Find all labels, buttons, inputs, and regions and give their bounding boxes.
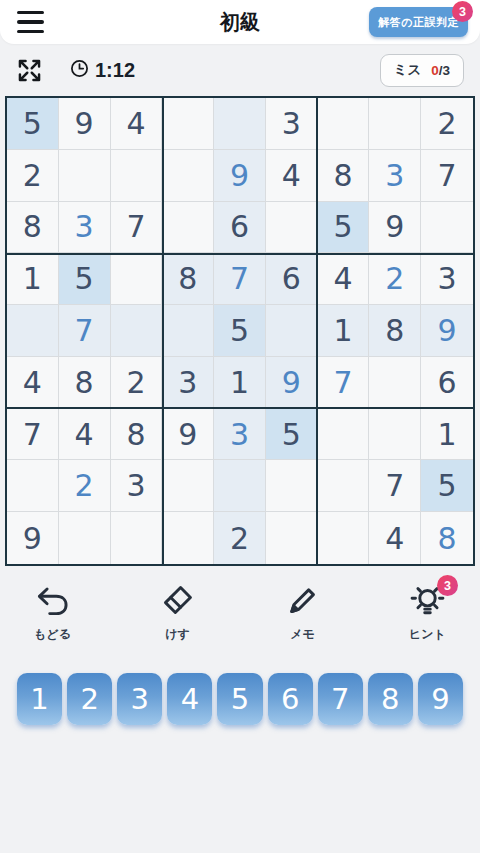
cell-r7c4[interactable]: 9 bbox=[162, 409, 214, 461]
cell-r8c1[interactable] bbox=[7, 460, 59, 512]
cell-r1c5[interactable] bbox=[214, 98, 266, 150]
cell-r2c1[interactable]: 2 bbox=[7, 150, 59, 202]
cell-r5c9[interactable]: 9 bbox=[421, 305, 473, 357]
cell-r5c3[interactable] bbox=[111, 305, 163, 357]
num-button-9[interactable]: 9 bbox=[418, 673, 463, 725]
cell-r7c3[interactable]: 8 bbox=[111, 409, 163, 461]
cell-r6c8[interactable] bbox=[369, 357, 421, 409]
tool-label: メモ bbox=[290, 626, 315, 643]
cell-r8c8[interactable]: 7 bbox=[369, 460, 421, 512]
cell-r4c3[interactable] bbox=[111, 253, 163, 305]
cell-r8c9[interactable]: 5 bbox=[421, 460, 473, 512]
menu-icon[interactable] bbox=[17, 11, 44, 33]
cell-r3c4[interactable] bbox=[162, 202, 214, 254]
miss-counter: ミス 0/3 bbox=[380, 54, 464, 87]
cell-r9c2[interactable] bbox=[59, 512, 111, 564]
cell-r4c6[interactable]: 6 bbox=[266, 253, 318, 305]
cell-r5c5[interactable]: 5 bbox=[214, 305, 266, 357]
tool-label: ヒント bbox=[409, 626, 446, 643]
num-button-3[interactable]: 3 bbox=[117, 673, 162, 725]
clock-icon bbox=[69, 58, 90, 83]
cell-r9c9[interactable]: 8 bbox=[421, 512, 473, 564]
cell-r1c6[interactable]: 3 bbox=[266, 98, 318, 150]
cell-r2c6[interactable]: 4 bbox=[266, 150, 318, 202]
cell-r9c6[interactable] bbox=[266, 512, 318, 564]
tool-label: もどる bbox=[34, 626, 71, 643]
cell-r6c5[interactable]: 1 bbox=[214, 357, 266, 409]
cell-r7c1[interactable]: 7 bbox=[7, 409, 59, 461]
undo-icon bbox=[34, 582, 71, 619]
cell-r6c6[interactable]: 9 bbox=[266, 357, 318, 409]
cell-r7c7[interactable] bbox=[318, 409, 370, 461]
cell-r5c4[interactable] bbox=[162, 305, 214, 357]
cell-r8c6[interactable] bbox=[266, 460, 318, 512]
cell-r7c2[interactable]: 4 bbox=[59, 409, 111, 461]
cell-r1c3[interactable]: 4 bbox=[111, 98, 163, 150]
cell-r1c4[interactable] bbox=[162, 98, 214, 150]
cell-r2c3[interactable] bbox=[111, 150, 163, 202]
cell-r8c4[interactable] bbox=[162, 460, 214, 512]
cell-r7c6[interactable]: 5 bbox=[266, 409, 318, 461]
cell-r4c4[interactable]: 8 bbox=[162, 253, 214, 305]
num-button-8[interactable]: 8 bbox=[368, 673, 413, 725]
miss-total: /3 bbox=[439, 63, 450, 78]
fullscreen-button[interactable] bbox=[16, 57, 43, 84]
cell-r1c9[interactable]: 2 bbox=[421, 98, 473, 150]
cell-r5c6[interactable] bbox=[266, 305, 318, 357]
cell-r9c7[interactable] bbox=[318, 512, 370, 564]
cell-r9c3[interactable] bbox=[111, 512, 163, 564]
cell-r8c3[interactable]: 3 bbox=[111, 460, 163, 512]
cell-r2c2[interactable] bbox=[59, 150, 111, 202]
cell-r3c8[interactable]: 9 bbox=[369, 202, 421, 254]
cell-r3c2[interactable]: 3 bbox=[59, 202, 111, 254]
timer: 1:12 bbox=[69, 58, 135, 83]
cell-r4c9[interactable]: 3 bbox=[421, 253, 473, 305]
cell-r6c2[interactable]: 8 bbox=[59, 357, 111, 409]
num-button-4[interactable]: 4 bbox=[167, 673, 212, 725]
cell-r1c2[interactable]: 9 bbox=[59, 98, 111, 150]
pencil-icon bbox=[284, 582, 321, 619]
cell-r4c5[interactable]: 7 bbox=[214, 253, 266, 305]
num-button-5[interactable]: 5 bbox=[217, 673, 262, 725]
miss-count: 0 bbox=[431, 63, 439, 78]
cell-r3c6[interactable] bbox=[266, 202, 318, 254]
cell-r1c8[interactable] bbox=[369, 98, 421, 150]
cell-r2c5[interactable]: 9 bbox=[214, 150, 266, 202]
undo-button[interactable]: もどる bbox=[34, 582, 71, 643]
miss-label: ミス bbox=[394, 61, 422, 79]
cell-r1c1[interactable]: 5 bbox=[7, 98, 59, 150]
cell-r6c7[interactable]: 7 bbox=[318, 357, 370, 409]
cell-r6c3[interactable]: 2 bbox=[111, 357, 163, 409]
cell-r4c8[interactable]: 2 bbox=[369, 253, 421, 305]
expand-icon bbox=[16, 72, 43, 87]
cell-r3c5[interactable]: 6 bbox=[214, 202, 266, 254]
cell-r4c2[interactable]: 5 bbox=[59, 253, 111, 305]
num-button-1[interactable]: 1 bbox=[17, 673, 62, 725]
hint-button[interactable]: 3 ヒント bbox=[409, 582, 446, 643]
cell-r8c7[interactable] bbox=[318, 460, 370, 512]
timer-value: 1:12 bbox=[95, 59, 135, 82]
cell-r2c8[interactable]: 3 bbox=[369, 150, 421, 202]
cell-r8c2[interactable]: 2 bbox=[59, 460, 111, 512]
tool-label: けす bbox=[165, 626, 190, 643]
cell-r5c7[interactable]: 1 bbox=[318, 305, 370, 357]
cell-r3c7[interactable]: 5 bbox=[318, 202, 370, 254]
cell-r9c4[interactable] bbox=[162, 512, 214, 564]
cell-r3c3[interactable]: 7 bbox=[111, 202, 163, 254]
cell-r5c2[interactable]: 7 bbox=[59, 305, 111, 357]
check-badge: 3 bbox=[452, 1, 473, 22]
cell-r5c8[interactable]: 8 bbox=[369, 305, 421, 357]
cell-r6c4[interactable]: 3 bbox=[162, 357, 214, 409]
memo-button[interactable]: ヒント メモ bbox=[284, 582, 321, 643]
cell-r4c7[interactable]: 4 bbox=[318, 253, 370, 305]
cell-r4c1[interactable]: 1 bbox=[7, 253, 59, 305]
num-button-2[interactable]: 2 bbox=[67, 673, 112, 725]
cell-r2c9[interactable]: 7 bbox=[421, 150, 473, 202]
cell-r7c8[interactable] bbox=[369, 409, 421, 461]
num-button-7[interactable]: 7 bbox=[318, 673, 363, 725]
cell-r9c1[interactable]: 9 bbox=[7, 512, 59, 564]
cell-r3c1[interactable]: 8 bbox=[7, 202, 59, 254]
cell-r3c9[interactable] bbox=[421, 202, 473, 254]
app-header: 初級 解答の正誤判定 3 bbox=[0, 0, 480, 44]
cell-r9c8[interactable]: 4 bbox=[369, 512, 421, 564]
cell-r1c7[interactable] bbox=[318, 98, 370, 150]
eraser-icon bbox=[159, 582, 196, 619]
cell-r6c1[interactable]: 4 bbox=[7, 357, 59, 409]
erase-button[interactable]: けす bbox=[159, 582, 196, 643]
cell-r6c9[interactable]: 6 bbox=[421, 357, 473, 409]
number-pad: 1 2 3 4 5 6 7 8 9 bbox=[0, 673, 480, 725]
cell-r5c1[interactable] bbox=[7, 305, 59, 357]
status-bar: 1:12 ミス 0/3 bbox=[0, 44, 480, 96]
tool-bar: もどる けす ヒント メモ 3 ヒント bbox=[0, 582, 480, 643]
cell-r2c7[interactable]: 8 bbox=[318, 150, 370, 202]
sudoku-grid: 5943229483783765915876423751894823197674… bbox=[7, 98, 473, 564]
hint-badge: 3 bbox=[437, 575, 458, 596]
cell-r9c5[interactable]: 2 bbox=[214, 512, 266, 564]
num-button-6[interactable]: 6 bbox=[268, 673, 313, 725]
cell-r7c9[interactable]: 1 bbox=[421, 409, 473, 461]
sudoku-board: 5943229483783765915876423751894823197674… bbox=[5, 96, 475, 566]
cell-r2c4[interactable] bbox=[162, 150, 214, 202]
cell-r7c5[interactable]: 3 bbox=[214, 409, 266, 461]
cell-r8c5[interactable] bbox=[214, 460, 266, 512]
